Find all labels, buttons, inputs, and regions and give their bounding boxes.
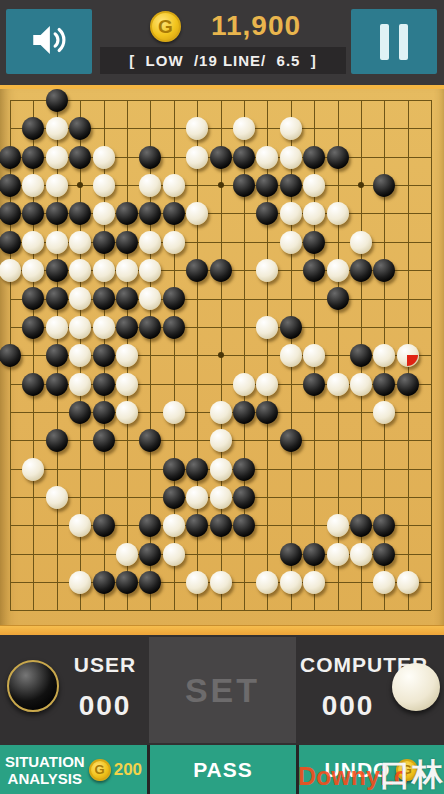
star-point — [218, 352, 224, 358]
black-stone-r4c5 — [116, 202, 138, 225]
white-stone-r8c3 — [69, 316, 91, 339]
black-stone-r15c15 — [350, 514, 372, 537]
white-stone-r4c12 — [280, 202, 302, 225]
black-stone-r2c10 — [233, 146, 255, 169]
black-stone-r9c2 — [46, 344, 68, 367]
black-stone-r10c16 — [373, 372, 395, 395]
black-stone-r2c13 — [303, 146, 325, 169]
white-stone-r1c8 — [186, 117, 208, 140]
black-stone-r8c1 — [22, 316, 44, 339]
black-stone-r9c0 — [0, 344, 21, 367]
white-stone-r6c14 — [327, 259, 349, 282]
white-stone-r2c11 — [256, 146, 278, 169]
black-stone-r6c8 — [186, 259, 208, 282]
coin-icon: G — [89, 759, 111, 781]
white-stone-r1c2 — [46, 117, 68, 140]
black-stone-r14c10 — [233, 486, 255, 509]
black-stone-r10c1 — [22, 372, 44, 395]
black-stone-r7c4 — [93, 287, 115, 310]
black-stone-r11c4 — [93, 401, 115, 424]
white-stone-r2c12 — [280, 146, 302, 169]
computer-white-stone-avatar — [392, 663, 440, 711]
black-stone-r3c16 — [373, 174, 395, 197]
white-stone-r11c5 — [116, 401, 138, 424]
black-stone-r6c2 — [46, 259, 68, 282]
black-stone-r17c4 — [93, 571, 115, 594]
black-stone-r9c15 — [350, 344, 372, 367]
black-stone-r15c6 — [139, 514, 161, 537]
white-stone-r16c14 — [327, 543, 349, 566]
white-stone-r10c11 — [256, 372, 278, 395]
black-stone-r14c7 — [163, 486, 185, 509]
white-stone-r3c4 — [93, 174, 115, 197]
white-stone-r7c6 — [139, 287, 161, 310]
white-stone-r9c3 — [69, 344, 91, 367]
black-stone-r6c9 — [210, 259, 232, 282]
white-stone-r14c2 — [46, 486, 68, 509]
black-stone-r2c1 — [22, 146, 44, 169]
white-stone-r10c5 — [116, 372, 138, 395]
black-stone-r10c13 — [303, 372, 325, 395]
undo-button[interactable]: UNDO G — [299, 745, 444, 794]
black-stone-r12c2 — [46, 429, 68, 452]
white-stone-r16c7 — [163, 543, 185, 566]
black-stone-r3c0 — [0, 174, 21, 197]
white-stone-r17c17 — [397, 571, 419, 594]
black-stone-r7c14 — [327, 287, 349, 310]
black-stone-r8c12 — [280, 316, 302, 339]
user-label: USER — [62, 653, 148, 677]
black-stone-r5c0 — [0, 231, 21, 254]
white-stone-r5c6 — [139, 231, 161, 254]
white-stone-r9c12 — [280, 344, 302, 367]
white-stone-r11c9 — [210, 401, 232, 424]
white-stone-r10c3 — [69, 372, 91, 395]
black-stone-r16c6 — [139, 543, 161, 566]
white-stone-r10c15 — [350, 372, 372, 395]
set-label: SET — [185, 671, 260, 710]
white-stone-r3c6 — [139, 174, 161, 197]
white-stone-r17c3 — [69, 571, 91, 594]
sound-button[interactable] — [6, 9, 92, 74]
star-point — [218, 182, 224, 188]
black-stone-r4c6 — [139, 202, 161, 225]
white-stone-r15c14 — [327, 514, 349, 537]
black-stone-r10c17 — [397, 372, 419, 395]
black-stone-r12c4 — [93, 429, 115, 452]
black-stone-r16c12 — [280, 543, 302, 566]
white-stone-r5c12 — [280, 231, 302, 254]
white-stone-r7c3 — [69, 287, 91, 310]
white-stone-r4c4 — [93, 202, 115, 225]
computer-score: 000 — [300, 690, 396, 722]
white-stone-r11c7 — [163, 401, 185, 424]
pause-icon — [375, 24, 413, 60]
white-stone-r17c12 — [280, 571, 302, 594]
speaker-icon — [28, 19, 70, 65]
black-stone-r10c2 — [46, 372, 68, 395]
black-stone-r11c3 — [69, 401, 91, 424]
white-stone-r16c5 — [116, 543, 138, 566]
black-stone-r2c9 — [210, 146, 232, 169]
black-stone-r17c6 — [139, 571, 161, 594]
pass-label: PASS — [193, 758, 253, 782]
black-stone-r10c4 — [93, 372, 115, 395]
white-stone-r12c9 — [210, 429, 232, 452]
black-stone-r4c2 — [46, 202, 68, 225]
coin-icon: G — [150, 11, 181, 42]
star-point — [358, 182, 364, 188]
white-stone-r8c2 — [46, 316, 68, 339]
black-stone-r7c2 — [46, 287, 68, 310]
white-stone-r6c6 — [139, 259, 161, 282]
black-stone-r12c12 — [280, 429, 302, 452]
pause-button[interactable] — [351, 9, 437, 74]
white-stone-r5c1 — [22, 231, 44, 254]
black-stone-r15c9 — [210, 514, 232, 537]
white-stone-r17c9 — [210, 571, 232, 594]
black-stone-r7c5 — [116, 287, 138, 310]
black-stone-r3c11 — [256, 174, 278, 197]
white-stone-r6c3 — [69, 259, 91, 282]
white-stone-r2c8 — [186, 146, 208, 169]
black-stone-r3c12 — [280, 174, 302, 197]
black-stone-r15c10 — [233, 514, 255, 537]
black-stone-r7c1 — [22, 287, 44, 310]
black-stone-r6c15 — [350, 259, 372, 282]
white-stone-r5c2 — [46, 231, 68, 254]
white-stone-r3c13 — [303, 174, 325, 197]
black-stone-r2c0 — [0, 146, 21, 169]
coin-letter: G — [158, 16, 173, 38]
pass-button[interactable]: PASS — [150, 745, 296, 794]
black-stone-r15c4 — [93, 514, 115, 537]
black-stone-r6c16 — [373, 259, 395, 282]
white-stone-r15c3 — [69, 514, 91, 537]
white-stone-r4c13 — [303, 202, 325, 225]
black-stone-r1c3 — [69, 117, 91, 140]
situation-label-line2: ANALYSIS — [5, 770, 85, 787]
white-stone-r8c11 — [256, 316, 278, 339]
black-stone-r4c1 — [22, 202, 44, 225]
white-stone-r5c15 — [350, 231, 372, 254]
grid-line — [10, 610, 431, 611]
white-stone-r9c5 — [116, 344, 138, 367]
computer-label: COMPUTER — [300, 653, 396, 677]
board-rim-bottom — [0, 625, 444, 635]
white-stone-r13c9 — [210, 458, 232, 481]
user-black-stone-avatar — [7, 660, 59, 712]
coin-icon: G — [396, 759, 418, 781]
action-bar: SITUATION ANALYSIS G 200 PASS UNDO G — [0, 745, 444, 794]
white-stone-r9c16 — [373, 344, 395, 367]
header-bar: G 11,900 [ LOW /19 LINE/ 6.5 ] — [0, 0, 444, 85]
black-stone-r9c4 — [93, 344, 115, 367]
black-stone-r15c8 — [186, 514, 208, 537]
black-stone-r11c11 — [256, 401, 278, 424]
white-stone-r5c7 — [163, 231, 185, 254]
white-stone-r4c14 — [327, 202, 349, 225]
black-stone-r1c1 — [22, 117, 44, 140]
black-stone-r2c6 — [139, 146, 161, 169]
white-stone-r15c7 — [163, 514, 185, 537]
black-stone-r11c10 — [233, 401, 255, 424]
white-stone-r9c13 — [303, 344, 325, 367]
white-stone-r16c15 — [350, 543, 372, 566]
grid-line — [10, 100, 431, 101]
game-mode-info: [ LOW /19 LINE/ 6.5 ] — [100, 47, 346, 74]
black-stone-r16c16 — [373, 543, 395, 566]
footer-panel: USER 000 SET COMPUTER 000 — [0, 635, 444, 745]
white-stone-r17c8 — [186, 571, 208, 594]
white-stone-r8c4 — [93, 316, 115, 339]
black-stone-r3c10 — [233, 174, 255, 197]
coin-balance: 11,900 — [196, 10, 316, 42]
white-stone-r1c10 — [233, 117, 255, 140]
black-stone-r8c5 — [116, 316, 138, 339]
black-stone-r5c4 — [93, 231, 115, 254]
white-stone-r2c2 — [46, 146, 68, 169]
white-stone-r3c2 — [46, 174, 68, 197]
user-score: 000 — [62, 690, 148, 722]
black-stone-r6c13 — [303, 259, 325, 282]
black-stone-r8c6 — [139, 316, 161, 339]
black-stone-r4c0 — [0, 202, 21, 225]
go-board[interactable] — [0, 85, 444, 635]
white-stone-r13c1 — [22, 458, 44, 481]
white-stone-r17c16 — [373, 571, 395, 594]
white-stone-r3c1 — [22, 174, 44, 197]
white-stone-r6c1 — [22, 259, 44, 282]
white-stone-r10c14 — [327, 372, 349, 395]
black-stone-r4c7 — [163, 202, 185, 225]
white-stone-r2c4 — [93, 146, 115, 169]
white-stone-r14c8 — [186, 486, 208, 509]
white-stone-r6c0 — [0, 259, 21, 282]
white-stone-r9c17 — [397, 344, 419, 367]
situation-label-line1: SITUATION — [5, 753, 85, 770]
black-stone-r13c7 — [163, 458, 185, 481]
black-stone-r13c8 — [186, 458, 208, 481]
black-stone-r5c13 — [303, 231, 325, 254]
black-stone-r5c5 — [116, 231, 138, 254]
white-stone-r6c5 — [116, 259, 138, 282]
black-stone-r4c3 — [69, 202, 91, 225]
black-stone-r8c7 — [163, 316, 185, 339]
black-stone-r2c3 — [69, 146, 91, 169]
white-stone-r6c4 — [93, 259, 115, 282]
black-stone-r12c6 — [139, 429, 161, 452]
board-rim-top — [0, 85, 444, 89]
black-stone-r7c7 — [163, 287, 185, 310]
white-stone-r5c3 — [69, 231, 91, 254]
undo-label: UNDO — [325, 758, 391, 782]
white-stone-r4c8 — [186, 202, 208, 225]
white-stone-r3c7 — [163, 174, 185, 197]
set-button[interactable]: SET — [149, 637, 296, 743]
white-stone-r11c16 — [373, 401, 395, 424]
black-stone-r16c13 — [303, 543, 325, 566]
white-stone-r6c11 — [256, 259, 278, 282]
last-move-marker — [407, 355, 418, 366]
star-point — [77, 182, 83, 188]
black-stone-r17c5 — [116, 571, 138, 594]
white-stone-r1c12 — [280, 117, 302, 140]
black-stone-r15c16 — [373, 514, 395, 537]
situation-cost: 200 — [114, 760, 142, 780]
black-stone-r4c11 — [256, 202, 278, 225]
black-stone-r0c2 — [46, 89, 68, 112]
grid-line — [431, 100, 432, 610]
black-stone-r13c10 — [233, 458, 255, 481]
white-stone-r14c9 — [210, 486, 232, 509]
white-stone-r17c13 — [303, 571, 325, 594]
go-app-screen: G 11,900 [ LOW /19 LINE/ 6.5 ] USER 000 … — [0, 0, 444, 794]
white-stone-r17c11 — [256, 571, 278, 594]
black-stone-r2c14 — [327, 146, 349, 169]
situation-analysis-button[interactable]: SITUATION ANALYSIS G 200 — [0, 745, 147, 794]
white-stone-r10c10 — [233, 372, 255, 395]
